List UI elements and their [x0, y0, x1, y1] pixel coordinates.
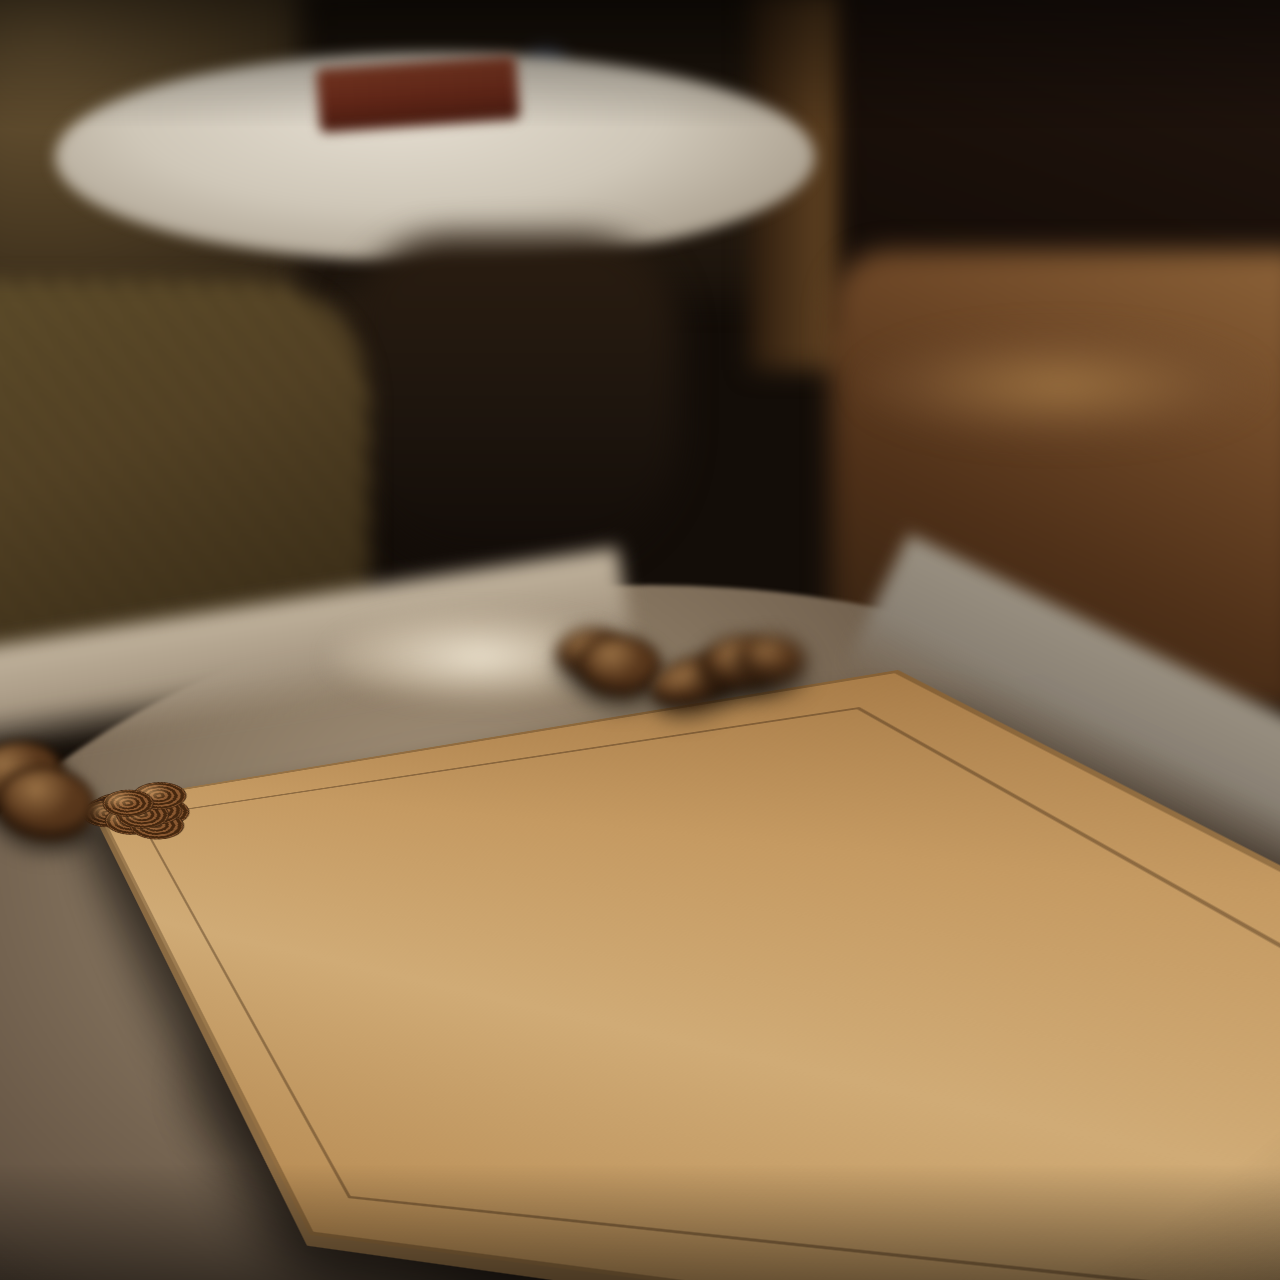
- background-armchair-highlight: [860, 330, 1260, 440]
- board-play-area: [140, 709, 1280, 1280]
- scene-photo: [0, 0, 1280, 1280]
- background-table-pedestal: [350, 235, 680, 565]
